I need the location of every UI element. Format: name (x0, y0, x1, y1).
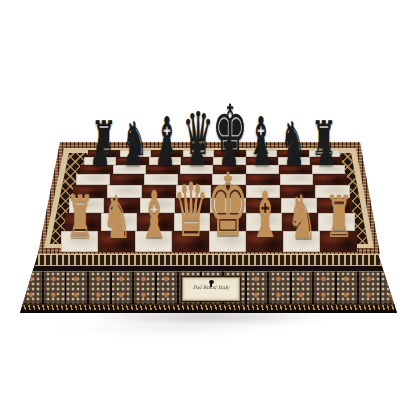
piece-black-pawn-f7[interactable]: ♟ (251, 133, 271, 171)
piece-black-pawn-h7[interactable]: ♟ (316, 133, 336, 171)
piece-white-bishop-f1[interactable]: ♝ (249, 183, 281, 247)
piece-white-rook-h1[interactable]: ♜ (324, 188, 353, 246)
piece-black-pawn-c7[interactable]: ♟ (155, 133, 175, 171)
piece-white-king-e1[interactable]: ♚ (206, 162, 248, 248)
piece-black-pawn-g7[interactable]: ♟ (284, 133, 304, 171)
piece-white-bishop-c1[interactable]: ♝ (138, 183, 170, 247)
piece-white-rook-a1[interactable]: ♜ (65, 188, 94, 246)
piece-black-pawn-a7[interactable]: ♟ (90, 133, 110, 171)
piece-white-queen-d1[interactable]: ♛ (172, 173, 208, 247)
piece-white-knight-b1[interactable]: ♞ (102, 187, 132, 247)
piece-black-pawn-b7[interactable]: ♟ (122, 133, 142, 171)
piece-black-pawn-d7[interactable]: ♟ (187, 133, 207, 171)
piece-white-knight-g1[interactable]: ♞ (287, 187, 317, 247)
chess-set-photo: Dal Rossi Italy ♜♞♝♛♚♝♞♜♟♟♟♟♟♟♟♟♜♞♝♛♚♝♞♜ (0, 0, 416, 416)
